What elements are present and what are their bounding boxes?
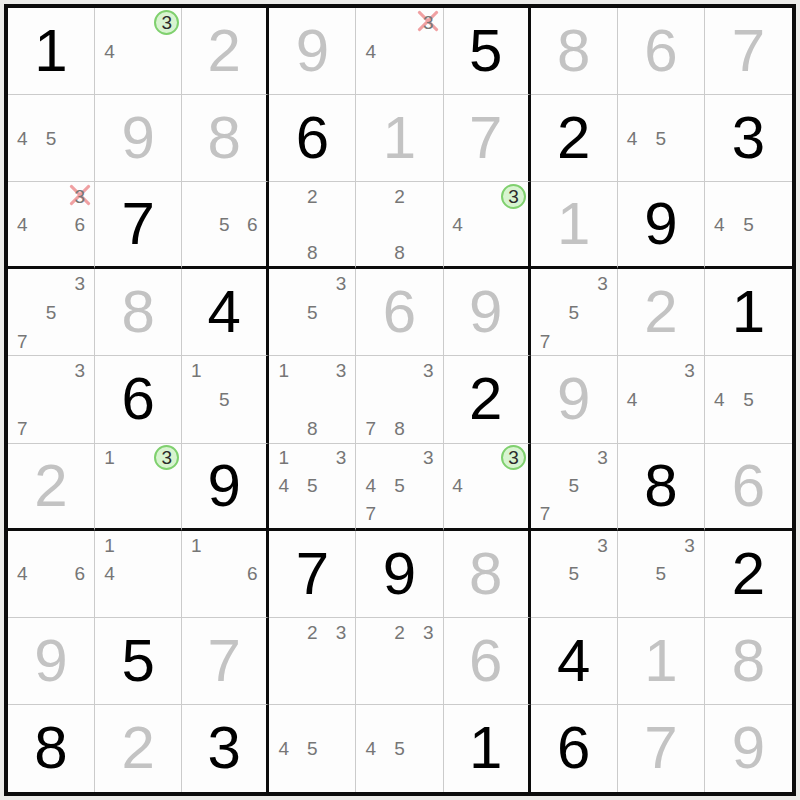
cell-value-solved: 9 (444, 269, 528, 355)
cell-r9c8[interactable]: 7 (618, 705, 705, 792)
cell-value-given: 7 (95, 182, 181, 266)
candidate-8[interactable]: 8 (385, 414, 414, 443)
candidate-2[interactable]: 2 (298, 182, 327, 210)
candidate-1[interactable]: 1 (95, 531, 124, 560)
candidate-grid: 45 (705, 182, 792, 266)
candidate-3[interactable]: 3 (588, 531, 617, 560)
candidate-digit: 7 (366, 419, 377, 438)
cell-r1c7[interactable]: 8 (531, 8, 618, 95)
cell-value-solved: 8 (444, 531, 528, 617)
candidate-3[interactable]: 3 (327, 618, 356, 647)
candidate-digit: 5 (568, 303, 579, 322)
candidate-8[interactable]: 8 (298, 238, 327, 266)
candidate-7[interactable]: 7 (356, 414, 385, 443)
candidate-digit: 3 (684, 361, 695, 380)
candidate-grid: 34 (618, 356, 704, 442)
cell-r9c9[interactable]: 9 (705, 705, 792, 792)
candidate-7[interactable]: 7 (356, 500, 385, 528)
candidate-5[interactable]: 5 (298, 734, 327, 763)
candidate-digit: 4 (17, 215, 28, 234)
cell-value-solved: 8 (531, 8, 617, 94)
candidate-4[interactable]: 4 (95, 559, 124, 588)
candidate-grid: 357 (531, 444, 617, 528)
cell-value-given: 3 (705, 95, 792, 181)
cell-r4c8[interactable]: 2 (618, 269, 705, 356)
candidate-digit: 2 (394, 187, 405, 206)
cell-value-solved: 8 (95, 269, 181, 355)
candidate-3[interactable]: 3 (327, 356, 356, 385)
cell-r1c4[interactable]: 9 (269, 8, 356, 95)
cell-value-given: 5 (95, 618, 181, 704)
candidate-4[interactable]: 4 (356, 472, 385, 500)
cell-r7c8[interactable]: 35 (618, 531, 705, 618)
candidate-digit: 4 (714, 215, 725, 234)
candidate-digit: 3 (508, 448, 519, 467)
cell-r6c1[interactable]: 2 (8, 444, 95, 531)
cell-value-solved: 9 (531, 356, 617, 442)
candidate-5[interactable]: 5 (646, 559, 675, 588)
candidate-3[interactable]: 3 (414, 356, 443, 385)
cell-r9c1[interactable]: 8 (8, 705, 95, 792)
candidate-digit: 1 (104, 536, 115, 555)
candidate-digit: 3 (162, 13, 173, 32)
candidate-5[interactable]: 5 (559, 472, 588, 500)
candidate-1[interactable]: 1 (269, 356, 298, 385)
candidate-2[interactable]: 2 (298, 618, 327, 647)
cell-r8c5[interactable]: 23 (356, 618, 443, 705)
cell-r1c8[interactable]: 6 (618, 8, 705, 95)
candidate-5[interactable]: 5 (734, 385, 763, 414)
candidate-digit: 3 (597, 274, 608, 293)
candidate-3-circled[interactable]: 3 (154, 10, 179, 35)
cell-value-given: 1 (705, 269, 792, 355)
candidate-grid: 346 (8, 182, 94, 266)
candidate-6[interactable]: 6 (238, 559, 266, 588)
cell-value-given: 2 (444, 356, 528, 442)
cell-r7c2[interactable]: 14 (95, 531, 182, 618)
cell-r9c3[interactable]: 3 (182, 705, 269, 792)
cell-value-solved: 2 (182, 8, 266, 94)
candidate-digit: 3 (74, 187, 85, 206)
candidate-digit: 4 (104, 564, 115, 583)
cell-r9c4[interactable]: 45 (269, 705, 356, 792)
cell-r1c5[interactable]: 34 (356, 8, 443, 95)
cell-r8c1[interactable]: 9 (8, 618, 95, 705)
cell-value-given: 4 (182, 269, 266, 355)
candidate-grid: 37 (8, 356, 94, 442)
candidate-grid: 23 (269, 618, 355, 704)
candidate-digit: 3 (597, 536, 608, 555)
cell-value-solved: 1 (618, 618, 704, 704)
cell-r5c6[interactable]: 2 (444, 356, 531, 443)
candidate-4[interactable]: 4 (444, 472, 472, 500)
candidate-3[interactable]: 3 (414, 618, 443, 647)
cell-value-solved: 6 (444, 618, 528, 704)
cell-value-solved: 9 (705, 705, 792, 792)
cell-r6c4[interactable]: 1345 (269, 444, 356, 531)
candidate-7[interactable]: 7 (531, 327, 560, 356)
candidate-3[interactable]: 3 (327, 444, 356, 472)
cell-value-solved: 8 (182, 95, 266, 181)
candidate-4[interactable]: 4 (269, 734, 298, 763)
candidate-3[interactable]: 3 (675, 356, 704, 385)
cell-r2c3[interactable]: 8 (182, 95, 269, 182)
cell-value-solved: 9 (95, 95, 181, 181)
candidate-digit: 4 (452, 476, 463, 495)
candidate-5[interactable]: 5 (385, 734, 414, 763)
cell-value-solved: 7 (444, 95, 528, 181)
cell-r3c5[interactable]: 28 (356, 182, 443, 269)
candidate-digit: 7 (17, 419, 28, 438)
candidate-digit: 3 (336, 361, 347, 380)
candidate-grid: 357 (531, 269, 617, 355)
cell-r3c8[interactable]: 9 (618, 182, 705, 269)
cell-value-solved: 7 (618, 705, 704, 792)
candidate-digit: 2 (394, 623, 405, 642)
candidate-grid: 45 (705, 356, 792, 442)
cell-value-given: 8 (8, 705, 94, 792)
cell-value-given: 2 (531, 95, 617, 181)
candidate-2[interactable]: 2 (385, 182, 414, 210)
candidate-4[interactable]: 4 (8, 210, 37, 238)
cell-r7c9[interactable]: 2 (705, 531, 792, 618)
cell-r3c9[interactable]: 45 (705, 182, 792, 269)
candidate-digit: 5 (394, 739, 405, 758)
cell-r2c5[interactable]: 1 (356, 95, 443, 182)
candidate-grid: 35 (269, 269, 355, 355)
candidate-grid: 45 (356, 705, 442, 792)
cell-r4c6[interactable]: 9 (444, 269, 531, 356)
candidate-digit: 6 (74, 215, 85, 234)
candidate-3[interactable]: 3 (65, 269, 94, 298)
cell-r2c2[interactable]: 9 (95, 95, 182, 182)
candidate-digit: 6 (247, 215, 258, 234)
candidate-digit: 7 (540, 332, 551, 351)
candidate-4[interactable]: 4 (8, 124, 37, 153)
candidate-digit: 5 (219, 215, 230, 234)
candidate-1[interactable]: 1 (182, 531, 210, 560)
cell-value-solved: 6 (705, 444, 792, 528)
cell-value-given: 9 (356, 531, 442, 617)
candidate-3[interactable]: 3 (588, 269, 617, 298)
cell-r1c3[interactable]: 2 (182, 8, 269, 95)
candidate-4[interactable]: 4 (356, 37, 385, 66)
candidate-grid: 1345 (269, 444, 355, 528)
candidate-6[interactable]: 6 (65, 559, 94, 588)
cell-r6c8[interactable]: 8 (618, 444, 705, 531)
cell-value-given: 1 (8, 8, 94, 94)
candidate-5[interactable]: 5 (559, 559, 588, 588)
candidate-3-circled[interactable]: 3 (501, 184, 526, 209)
cell-value-given: 7 (269, 531, 355, 617)
cell-r2c7[interactable]: 2 (531, 95, 618, 182)
candidate-digit: 5 (307, 739, 318, 758)
candidate-grid: 16 (182, 531, 266, 617)
cell-value-given: 9 (618, 182, 704, 266)
candidate-digit: 5 (219, 390, 230, 409)
candidate-grid: 34 (356, 8, 442, 94)
candidate-digit: 8 (307, 243, 318, 262)
cell-r7c5[interactable]: 9 (356, 531, 443, 618)
candidate-digit: 5 (568, 564, 579, 583)
cell-r8c9[interactable]: 8 (705, 618, 792, 705)
cell-r2c8[interactable]: 45 (618, 95, 705, 182)
candidate-digit: 8 (394, 243, 405, 262)
cell-value-given: 3 (182, 705, 266, 792)
candidate-3[interactable]: 3 (65, 356, 94, 385)
cell-r2c4[interactable]: 6 (269, 95, 356, 182)
candidate-grid: 34 (95, 8, 181, 94)
candidate-digit: 4 (278, 739, 289, 758)
cell-r5c2[interactable]: 6 (95, 356, 182, 443)
candidate-digit: 4 (627, 390, 638, 409)
cell-r2c1[interactable]: 45 (8, 95, 95, 182)
candidate-grid: 14 (95, 531, 181, 617)
candidate-digit: 3 (336, 623, 347, 642)
candidate-digit: 5 (46, 303, 57, 322)
candidate-digit: 4 (17, 564, 28, 583)
candidate-4[interactable]: 4 (618, 124, 647, 153)
candidate-1[interactable]: 1 (269, 444, 298, 472)
candidate-digit: 6 (247, 564, 258, 583)
candidate-5[interactable]: 5 (298, 298, 327, 327)
candidate-digit: 3 (74, 274, 85, 293)
candidate-4[interactable]: 4 (618, 385, 647, 414)
candidate-digit: 3 (423, 448, 434, 467)
candidate-4[interactable]: 4 (95, 37, 124, 66)
cell-r3c2[interactable]: 7 (95, 182, 182, 269)
cell-r3c7[interactable]: 1 (531, 182, 618, 269)
candidate-digit: 7 (366, 504, 377, 523)
cell-r5c4[interactable]: 138 (269, 356, 356, 443)
cell-r7c6[interactable]: 8 (444, 531, 531, 618)
candidate-8[interactable]: 8 (298, 414, 327, 443)
candidate-digit: 8 (394, 419, 405, 438)
candidate-digit: 5 (656, 129, 667, 148)
candidate-5[interactable]: 5 (385, 472, 414, 500)
candidate-7[interactable]: 7 (8, 327, 37, 356)
cell-r4c5[interactable]: 6 (356, 269, 443, 356)
candidate-3[interactable]: 3 (675, 531, 704, 560)
cell-value-solved: 2 (618, 269, 704, 355)
candidate-4[interactable]: 4 (8, 559, 37, 588)
candidate-grid: 15 (182, 356, 266, 442)
candidate-digit: 5 (307, 303, 318, 322)
candidate-digit: 5 (568, 476, 579, 495)
cell-value-given: 6 (95, 356, 181, 442)
cell-r8c7[interactable]: 4 (531, 618, 618, 705)
cell-r1c1[interactable]: 1 (8, 8, 95, 95)
cell-r4c4[interactable]: 35 (269, 269, 356, 356)
cell-r2c6[interactable]: 7 (444, 95, 531, 182)
cell-r5c8[interactable]: 34 (618, 356, 705, 443)
candidate-grid: 138 (269, 356, 355, 442)
candidate-5[interactable]: 5 (37, 298, 66, 327)
cell-value-given: 1 (444, 705, 528, 792)
cell-r9c7[interactable]: 6 (531, 705, 618, 792)
cell-value-solved: 7 (705, 8, 792, 94)
cell-value-given: 9 (182, 444, 266, 528)
cell-value-solved: 2 (8, 444, 94, 528)
candidate-3[interactable]: 3 (327, 269, 356, 298)
candidate-grid: 23 (356, 618, 442, 704)
cell-value-given: 2 (705, 531, 792, 617)
candidate-digit: 5 (656, 564, 667, 583)
cell-r7c1[interactable]: 46 (8, 531, 95, 618)
candidate-digit: 3 (423, 13, 434, 32)
candidate-digit: 3 (423, 361, 434, 380)
cell-r7c7[interactable]: 35 (531, 531, 618, 618)
candidate-digit: 5 (743, 390, 754, 409)
candidate-digit: 7 (17, 332, 28, 351)
candidate-grid: 357 (8, 269, 94, 355)
cell-r5c3[interactable]: 15 (182, 356, 269, 443)
candidate-grid: 46 (8, 531, 94, 617)
candidate-grid: 378 (356, 356, 442, 442)
candidate-digit: 2 (307, 187, 318, 206)
candidate-digit: 1 (191, 536, 202, 555)
candidate-digit: 4 (366, 42, 377, 61)
candidate-7[interactable]: 7 (8, 414, 37, 443)
candidate-digit: 1 (278, 448, 289, 467)
candidate-2[interactable]: 2 (385, 618, 414, 647)
cell-value-solved: 6 (356, 269, 442, 355)
candidate-digit: 4 (627, 129, 638, 148)
cell-r6c6[interactable]: 34 (444, 444, 531, 531)
candidate-6[interactable]: 6 (65, 210, 94, 238)
candidate-5[interactable]: 5 (734, 210, 763, 238)
cell-value-given: 6 (531, 705, 617, 792)
candidate-grid: 45 (269, 705, 355, 792)
candidate-4[interactable]: 4 (705, 210, 734, 238)
candidate-1[interactable]: 1 (182, 356, 210, 385)
candidate-digit: 4 (452, 215, 463, 234)
sudoku-board: 1342934586745986172453346756282834194535… (4, 4, 796, 796)
candidate-digit: 4 (366, 476, 377, 495)
cell-r8c4[interactable]: 23 (269, 618, 356, 705)
candidate-digit: 4 (17, 129, 28, 148)
candidate-digit: 5 (307, 476, 318, 495)
candidate-5[interactable]: 5 (298, 472, 327, 500)
candidate-digit: 7 (540, 504, 551, 523)
candidate-8[interactable]: 8 (385, 238, 414, 266)
cell-r6c7[interactable]: 357 (531, 444, 618, 531)
candidate-3-eliminated[interactable]: 3 (414, 8, 443, 37)
candidate-digit: 4 (104, 42, 115, 61)
candidate-digit: 3 (336, 274, 347, 293)
cell-r4c1[interactable]: 357 (8, 269, 95, 356)
candidate-digit: 4 (714, 390, 725, 409)
cell-r8c3[interactable]: 7 (182, 618, 269, 705)
candidate-grid: 45 (8, 95, 94, 181)
candidate-5[interactable]: 5 (646, 124, 675, 153)
cell-r6c5[interactable]: 3457 (356, 444, 443, 531)
cell-r2c9[interactable]: 3 (705, 95, 792, 182)
candidate-grid: 34 (444, 182, 528, 266)
cell-r7c4[interactable]: 7 (269, 531, 356, 618)
candidate-digit: 3 (423, 623, 434, 642)
candidate-6[interactable]: 6 (238, 210, 266, 238)
cell-r8c2[interactable]: 5 (95, 618, 182, 705)
candidate-1[interactable]: 1 (95, 444, 124, 472)
candidate-3-circled[interactable]: 3 (154, 445, 179, 470)
candidate-digit: 1 (278, 361, 289, 380)
cell-value-given: 4 (531, 618, 617, 704)
candidate-grid: 13 (95, 444, 181, 528)
candidate-grid: 35 (531, 531, 617, 617)
cell-r4c2[interactable]: 8 (95, 269, 182, 356)
cell-r3c3[interactable]: 56 (182, 182, 269, 269)
candidate-3-eliminated[interactable]: 3 (65, 182, 94, 210)
cell-r7c3[interactable]: 16 (182, 531, 269, 618)
cell-value-solved: 1 (356, 95, 442, 181)
cell-r4c7[interactable]: 357 (531, 269, 618, 356)
candidate-4[interactable]: 4 (705, 385, 734, 414)
candidate-digit: 8 (307, 419, 318, 438)
cell-r5c9[interactable]: 45 (705, 356, 792, 443)
cell-r9c5[interactable]: 45 (356, 705, 443, 792)
cell-r1c9[interactable]: 7 (705, 8, 792, 95)
candidate-grid: 28 (269, 182, 355, 266)
candidate-3[interactable]: 3 (588, 444, 617, 472)
cell-r3c4[interactable]: 28 (269, 182, 356, 269)
candidate-3-circled[interactable]: 3 (501, 445, 526, 470)
candidate-4[interactable]: 4 (269, 472, 298, 500)
cell-r6c2[interactable]: 13 (95, 444, 182, 531)
candidate-digit: 1 (191, 361, 202, 380)
cell-r4c3[interactable]: 4 (182, 269, 269, 356)
candidate-digit: 3 (336, 448, 347, 467)
candidate-grid: 35 (618, 531, 704, 617)
candidate-digit: 4 (278, 476, 289, 495)
cell-value-solved: 8 (705, 618, 792, 704)
cell-r9c2[interactable]: 2 (95, 705, 182, 792)
candidate-digit: 2 (307, 623, 318, 642)
candidate-3[interactable]: 3 (414, 444, 443, 472)
candidate-4[interactable]: 4 (444, 210, 472, 238)
candidate-4[interactable]: 4 (356, 734, 385, 763)
cell-r5c1[interactable]: 37 (8, 356, 95, 443)
candidate-grid: 28 (356, 182, 442, 266)
cell-value-solved: 2 (95, 705, 181, 792)
page-background: { "game": "sudoku", "description": "Sudo… (0, 0, 800, 800)
cell-r4c9[interactable]: 1 (705, 269, 792, 356)
cell-r6c3[interactable]: 9 (182, 444, 269, 531)
candidate-digit: 3 (597, 448, 608, 467)
candidate-digit: 4 (366, 739, 377, 758)
cell-r5c5[interactable]: 378 (356, 356, 443, 443)
candidate-5[interactable]: 5 (210, 385, 238, 414)
cell-r9c6[interactable]: 1 (444, 705, 531, 792)
candidate-5[interactable]: 5 (37, 124, 66, 153)
cell-r6c9[interactable]: 6 (705, 444, 792, 531)
candidate-5[interactable]: 5 (210, 210, 238, 238)
cell-value-given: 6 (269, 95, 355, 181)
cell-r8c6[interactable]: 6 (444, 618, 531, 705)
candidate-grid: 45 (618, 95, 704, 181)
cell-r8c8[interactable]: 1 (618, 618, 705, 705)
candidate-5[interactable]: 5 (559, 298, 588, 327)
cell-value-solved: 1 (531, 182, 617, 266)
cell-r5c7[interactable]: 9 (531, 356, 618, 443)
cell-r3c6[interactable]: 34 (444, 182, 531, 269)
candidate-7[interactable]: 7 (531, 500, 560, 528)
candidate-grid: 56 (182, 182, 266, 266)
cell-r1c2[interactable]: 34 (95, 8, 182, 95)
cell-r3c1[interactable]: 346 (8, 182, 95, 269)
cell-value-given: 5 (444, 8, 528, 94)
cell-r1c6[interactable]: 5 (444, 8, 531, 95)
